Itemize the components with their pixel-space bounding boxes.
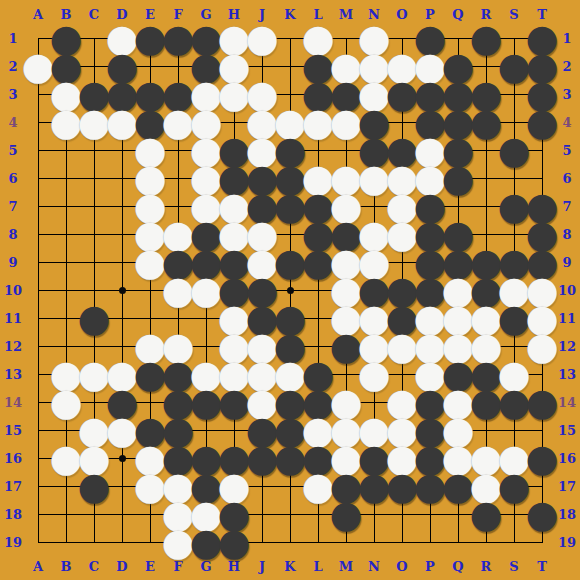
intersection-S7[interactable]: ● [500,192,528,220]
intersection-A16[interactable] [24,444,52,472]
intersection-S17[interactable]: ● [500,472,528,500]
intersection-A6[interactable] [24,164,52,192]
intersection-S9[interactable]: ● [500,248,528,276]
intersection-J17[interactable] [248,472,276,500]
intersection-H8[interactable]: ● [220,220,248,248]
intersection-O8[interactable]: ● [388,220,416,248]
intersection-J7[interactable]: ● [248,192,276,220]
intersection-Q8[interactable]: ● [444,220,472,248]
intersection-B2[interactable]: ● [52,52,80,80]
intersection-F5[interactable] [164,136,192,164]
intersection-G11[interactable] [192,304,220,332]
intersection-K15[interactable]: ● [276,416,304,444]
intersection-G5[interactable]: ● [192,136,220,164]
intersection-H15[interactable] [220,416,248,444]
intersection-E9[interactable]: ● [136,248,164,276]
intersection-C5[interactable] [80,136,108,164]
intersection-F10[interactable]: ● [164,276,192,304]
intersection-K2[interactable] [276,52,304,80]
intersection-G16[interactable]: ● [192,444,220,472]
intersection-Q14[interactable]: ● [444,388,472,416]
intersection-D17[interactable] [108,472,136,500]
intersection-T11[interactable]: ● [528,304,556,332]
intersection-H3[interactable]: ● [220,80,248,108]
intersection-D5[interactable] [108,136,136,164]
intersection-N3[interactable]: ● [360,80,388,108]
intersection-C2[interactable] [80,52,108,80]
intersection-Q13[interactable]: ● [444,360,472,388]
intersection-N1[interactable]: ● [360,24,388,52]
intersection-A8[interactable] [24,220,52,248]
intersection-S12[interactable] [500,332,528,360]
intersection-L7[interactable]: ● [304,192,332,220]
intersection-D11[interactable] [108,304,136,332]
intersection-C8[interactable] [80,220,108,248]
intersection-N16[interactable]: ● [360,444,388,472]
intersection-Q18[interactable] [444,500,472,528]
intersection-P9[interactable]: ● [416,248,444,276]
intersection-L18[interactable] [304,500,332,528]
intersection-D8[interactable] [108,220,136,248]
intersection-A5[interactable] [24,136,52,164]
intersection-D15[interactable]: ● [108,416,136,444]
intersection-R3[interactable]: ● [472,80,500,108]
intersection-P2[interactable]: ● [416,52,444,80]
intersection-H16[interactable]: ● [220,444,248,472]
intersection-C1[interactable] [80,24,108,52]
intersection-Q17[interactable]: ● [444,472,472,500]
intersection-T5[interactable] [528,136,556,164]
intersection-N5[interactable]: ● [360,136,388,164]
intersection-F2[interactable] [164,52,192,80]
intersection-E2[interactable] [136,52,164,80]
intersection-Q12[interactable]: ● [444,332,472,360]
intersection-T12[interactable]: ● [528,332,556,360]
intersection-L11[interactable] [304,304,332,332]
intersection-L2[interactable]: ● [304,52,332,80]
intersection-N2[interactable]: ● [360,52,388,80]
intersection-J9[interactable]: ● [248,248,276,276]
intersection-N14[interactable] [360,388,388,416]
intersection-J15[interactable]: ● [248,416,276,444]
intersection-C3[interactable]: ● [80,80,108,108]
intersection-E17[interactable]: ● [136,472,164,500]
intersection-A1[interactable] [24,24,52,52]
intersection-R5[interactable] [472,136,500,164]
intersection-S16[interactable]: ● [500,444,528,472]
intersection-T8[interactable]: ● [528,220,556,248]
intersection-D9[interactable] [108,248,136,276]
intersection-P19[interactable] [416,528,444,556]
intersection-K14[interactable]: ● [276,388,304,416]
intersection-S19[interactable] [500,528,528,556]
intersection-C4[interactable]: ● [80,108,108,136]
intersection-H12[interactable]: ● [220,332,248,360]
intersection-E1[interactable]: ● [136,24,164,52]
intersection-H18[interactable]: ● [220,500,248,528]
intersection-F13[interactable]: ● [164,360,192,388]
intersection-Q2[interactable]: ● [444,52,472,80]
intersection-O17[interactable]: ● [388,472,416,500]
intersection-M11[interactable]: ● [332,304,360,332]
intersection-M3[interactable]: ● [332,80,360,108]
intersection-N4[interactable]: ● [360,108,388,136]
intersection-F12[interactable]: ● [164,332,192,360]
intersection-N8[interactable]: ● [360,220,388,248]
intersection-D6[interactable] [108,164,136,192]
intersection-S14[interactable]: ● [500,388,528,416]
intersection-R18[interactable]: ● [472,500,500,528]
intersection-E11[interactable] [136,304,164,332]
intersection-B3[interactable]: ● [52,80,80,108]
intersection-B6[interactable] [52,164,80,192]
intersection-B7[interactable] [52,192,80,220]
intersection-O1[interactable] [388,24,416,52]
intersection-T2[interactable]: ● [528,52,556,80]
intersection-M5[interactable] [332,136,360,164]
intersection-S13[interactable]: ● [500,360,528,388]
intersection-B4[interactable]: ● [52,108,80,136]
intersection-G19[interactable]: ● [192,528,220,556]
intersection-K19[interactable] [276,528,304,556]
intersection-A4[interactable] [24,108,52,136]
intersection-A12[interactable] [24,332,52,360]
intersection-C6[interactable] [80,164,108,192]
intersection-L17[interactable]: ● [304,472,332,500]
intersection-B12[interactable] [52,332,80,360]
intersection-H5[interactable]: ● [220,136,248,164]
intersection-S18[interactable] [500,500,528,528]
intersection-T14[interactable]: ● [528,388,556,416]
intersection-D13[interactable]: ● [108,360,136,388]
intersection-H7[interactable]: ● [220,192,248,220]
intersection-L12[interactable] [304,332,332,360]
intersection-K5[interactable]: ● [276,136,304,164]
intersection-Q6[interactable]: ● [444,164,472,192]
intersection-D16[interactable] [108,444,136,472]
intersection-B15[interactable] [52,416,80,444]
intersection-O10[interactable]: ● [388,276,416,304]
intersection-C16[interactable]: ● [80,444,108,472]
intersection-F17[interactable]: ● [164,472,192,500]
intersection-J13[interactable]: ● [248,360,276,388]
intersection-T10[interactable]: ● [528,276,556,304]
intersection-E6[interactable]: ● [136,164,164,192]
intersection-M16[interactable]: ● [332,444,360,472]
intersection-E10[interactable] [136,276,164,304]
intersection-R16[interactable]: ● [472,444,500,472]
intersection-O5[interactable]: ● [388,136,416,164]
intersection-K6[interactable]: ● [276,164,304,192]
intersection-N6[interactable]: ● [360,164,388,192]
intersection-O2[interactable]: ● [388,52,416,80]
intersection-G18[interactable]: ● [192,500,220,528]
intersection-D7[interactable] [108,192,136,220]
intersection-M9[interactable]: ● [332,248,360,276]
intersection-R19[interactable] [472,528,500,556]
intersection-K10[interactable] [276,276,304,304]
intersection-T3[interactable]: ● [528,80,556,108]
intersection-H1[interactable]: ● [220,24,248,52]
intersection-H9[interactable]: ● [220,248,248,276]
intersection-L1[interactable]: ● [304,24,332,52]
intersection-F1[interactable]: ● [164,24,192,52]
intersection-G1[interactable]: ● [192,24,220,52]
intersection-R10[interactable]: ● [472,276,500,304]
intersection-M6[interactable]: ● [332,164,360,192]
intersection-O6[interactable]: ● [388,164,416,192]
intersection-T16[interactable]: ● [528,444,556,472]
intersection-B1[interactable]: ● [52,24,80,52]
intersection-C11[interactable]: ● [80,304,108,332]
intersection-A3[interactable] [24,80,52,108]
intersection-Q1[interactable] [444,24,472,52]
intersection-J2[interactable] [248,52,276,80]
intersection-R2[interactable] [472,52,500,80]
intersection-L19[interactable] [304,528,332,556]
intersection-L16[interactable]: ● [304,444,332,472]
intersection-H14[interactable]: ● [220,388,248,416]
intersection-G4[interactable]: ● [192,108,220,136]
intersection-F9[interactable]: ● [164,248,192,276]
intersection-H2[interactable]: ● [220,52,248,80]
intersection-R14[interactable]: ● [472,388,500,416]
intersection-R15[interactable] [472,416,500,444]
intersection-F18[interactable]: ● [164,500,192,528]
intersection-P18[interactable] [416,500,444,528]
intersection-D14[interactable]: ● [108,388,136,416]
intersection-L6[interactable]: ● [304,164,332,192]
intersection-R17[interactable]: ● [472,472,500,500]
intersection-A14[interactable] [24,388,52,416]
intersection-O14[interactable]: ● [388,388,416,416]
intersection-A19[interactable] [24,528,52,556]
intersection-L8[interactable]: ● [304,220,332,248]
intersection-J16[interactable]: ● [248,444,276,472]
intersection-F8[interactable]: ● [164,220,192,248]
intersection-G10[interactable]: ● [192,276,220,304]
intersection-Q10[interactable]: ● [444,276,472,304]
intersection-J18[interactable] [248,500,276,528]
intersection-R6[interactable] [472,164,500,192]
intersection-F4[interactable]: ● [164,108,192,136]
intersection-T18[interactable]: ● [528,500,556,528]
intersection-P16[interactable]: ● [416,444,444,472]
intersection-B11[interactable] [52,304,80,332]
intersection-G3[interactable]: ● [192,80,220,108]
intersection-R9[interactable]: ● [472,248,500,276]
intersection-L14[interactable]: ● [304,388,332,416]
intersection-M2[interactable]: ● [332,52,360,80]
intersection-D3[interactable]: ● [108,80,136,108]
intersection-G8[interactable]: ● [192,220,220,248]
intersection-E12[interactable]: ● [136,332,164,360]
intersection-Q11[interactable]: ● [444,304,472,332]
intersection-E5[interactable]: ● [136,136,164,164]
intersection-B9[interactable] [52,248,80,276]
intersection-B17[interactable] [52,472,80,500]
intersection-N7[interactable] [360,192,388,220]
intersection-H4[interactable] [220,108,248,136]
intersection-F19[interactable]: ● [164,528,192,556]
intersection-A9[interactable] [24,248,52,276]
intersection-O9[interactable] [388,248,416,276]
intersection-C17[interactable]: ● [80,472,108,500]
intersection-R11[interactable]: ● [472,304,500,332]
intersection-S6[interactable] [500,164,528,192]
intersection-O13[interactable] [388,360,416,388]
intersection-L15[interactable]: ● [304,416,332,444]
intersection-S10[interactable]: ● [500,276,528,304]
intersection-K4[interactable]: ● [276,108,304,136]
intersection-R13[interactable]: ● [472,360,500,388]
intersection-N12[interactable]: ● [360,332,388,360]
intersection-M1[interactable] [332,24,360,52]
intersection-M13[interactable] [332,360,360,388]
intersection-N11[interactable]: ● [360,304,388,332]
intersection-L3[interactable]: ● [304,80,332,108]
intersection-R8[interactable] [472,220,500,248]
intersection-K3[interactable] [276,80,304,108]
intersection-N18[interactable] [360,500,388,528]
intersection-P15[interactable]: ● [416,416,444,444]
intersection-T6[interactable] [528,164,556,192]
intersection-M15[interactable]: ● [332,416,360,444]
intersection-N15[interactable]: ● [360,416,388,444]
intersection-P3[interactable]: ● [416,80,444,108]
intersection-E7[interactable]: ● [136,192,164,220]
intersection-B19[interactable] [52,528,80,556]
intersection-J19[interactable] [248,528,276,556]
intersection-Q4[interactable]: ● [444,108,472,136]
intersection-M4[interactable]: ● [332,108,360,136]
intersection-P10[interactable]: ● [416,276,444,304]
intersection-G14[interactable]: ● [192,388,220,416]
intersection-A2[interactable]: ● [24,52,52,80]
intersection-S5[interactable]: ● [500,136,528,164]
intersection-N19[interactable] [360,528,388,556]
intersection-L5[interactable] [304,136,332,164]
intersection-M18[interactable]: ● [332,500,360,528]
intersection-E19[interactable] [136,528,164,556]
intersection-O18[interactable] [388,500,416,528]
intersection-O15[interactable]: ● [388,416,416,444]
intersection-J3[interactable]: ● [248,80,276,108]
intersection-C14[interactable] [80,388,108,416]
intersection-S1[interactable] [500,24,528,52]
intersection-F6[interactable] [164,164,192,192]
intersection-K12[interactable]: ● [276,332,304,360]
intersection-H10[interactable]: ● [220,276,248,304]
intersection-B13[interactable]: ● [52,360,80,388]
intersection-C13[interactable]: ● [80,360,108,388]
intersection-J4[interactable]: ● [248,108,276,136]
intersection-O11[interactable]: ● [388,304,416,332]
intersection-T1[interactable]: ● [528,24,556,52]
intersection-O4[interactable] [388,108,416,136]
intersection-H17[interactable]: ● [220,472,248,500]
intersection-O19[interactable] [388,528,416,556]
intersection-E3[interactable]: ● [136,80,164,108]
intersection-P5[interactable]: ● [416,136,444,164]
intersection-F7[interactable] [164,192,192,220]
intersection-L13[interactable]: ● [304,360,332,388]
intersection-K8[interactable] [276,220,304,248]
intersection-L9[interactable]: ● [304,248,332,276]
intersection-D19[interactable] [108,528,136,556]
intersection-J6[interactable]: ● [248,164,276,192]
intersection-A10[interactable] [24,276,52,304]
intersection-G12[interactable] [192,332,220,360]
intersection-M10[interactable]: ● [332,276,360,304]
intersection-T17[interactable] [528,472,556,500]
intersection-M8[interactable]: ● [332,220,360,248]
intersection-J8[interactable]: ● [248,220,276,248]
intersection-M14[interactable]: ● [332,388,360,416]
intersection-J12[interactable]: ● [248,332,276,360]
intersection-P7[interactable]: ● [416,192,444,220]
intersection-H19[interactable]: ● [220,528,248,556]
intersection-K18[interactable] [276,500,304,528]
intersection-M12[interactable]: ● [332,332,360,360]
intersection-E16[interactable]: ● [136,444,164,472]
intersection-E13[interactable]: ● [136,360,164,388]
intersection-K1[interactable] [276,24,304,52]
intersection-P13[interactable]: ● [416,360,444,388]
intersection-S4[interactable] [500,108,528,136]
intersection-F11[interactable] [164,304,192,332]
intersection-B14[interactable]: ● [52,388,80,416]
intersection-P4[interactable]: ● [416,108,444,136]
intersection-D2[interactable]: ● [108,52,136,80]
intersection-O7[interactable]: ● [388,192,416,220]
intersection-K11[interactable]: ● [276,304,304,332]
intersection-L4[interactable]: ● [304,108,332,136]
intersection-C10[interactable] [80,276,108,304]
intersection-Q15[interactable]: ● [444,416,472,444]
intersection-J11[interactable]: ● [248,304,276,332]
intersection-N17[interactable]: ● [360,472,388,500]
intersection-K16[interactable]: ● [276,444,304,472]
intersection-C7[interactable] [80,192,108,220]
intersection-G13[interactable]: ● [192,360,220,388]
intersection-A15[interactable] [24,416,52,444]
intersection-Q5[interactable]: ● [444,136,472,164]
intersection-G15[interactable] [192,416,220,444]
intersection-C18[interactable] [80,500,108,528]
intersection-M17[interactable]: ● [332,472,360,500]
intersection-O3[interactable]: ● [388,80,416,108]
intersection-O12[interactable]: ● [388,332,416,360]
intersection-R1[interactable]: ● [472,24,500,52]
intersection-N10[interactable]: ● [360,276,388,304]
intersection-P1[interactable]: ● [416,24,444,52]
intersection-G17[interactable]: ● [192,472,220,500]
intersection-M19[interactable] [332,528,360,556]
intersection-H13[interactable]: ● [220,360,248,388]
intersection-L10[interactable] [304,276,332,304]
intersection-A13[interactable] [24,360,52,388]
intersection-C12[interactable] [80,332,108,360]
intersection-B10[interactable] [52,276,80,304]
intersection-H11[interactable]: ● [220,304,248,332]
intersection-K7[interactable]: ● [276,192,304,220]
intersection-D18[interactable] [108,500,136,528]
intersection-F3[interactable]: ● [164,80,192,108]
intersection-R12[interactable]: ● [472,332,500,360]
intersection-Q7[interactable] [444,192,472,220]
intersection-F14[interactable]: ● [164,388,192,416]
